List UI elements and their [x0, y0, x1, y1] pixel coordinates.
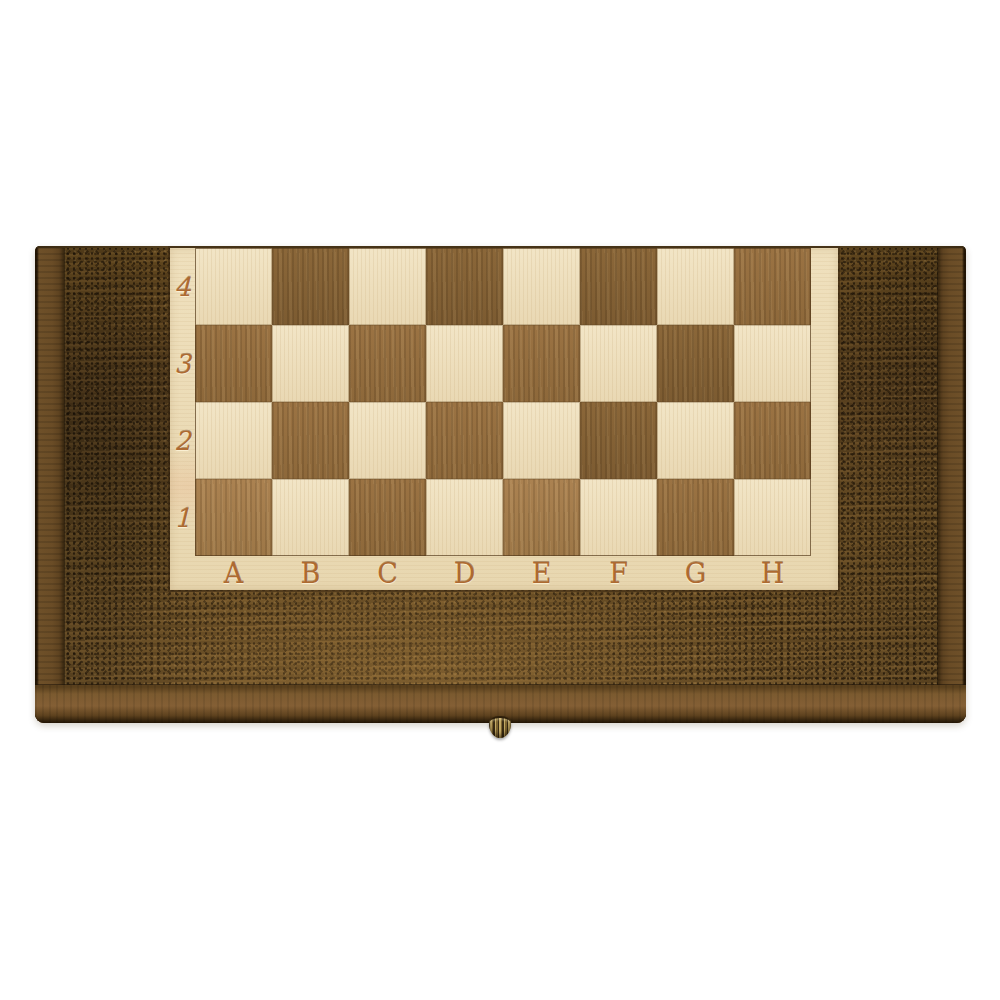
square-c2 [349, 402, 426, 479]
square-b3 [272, 325, 349, 402]
square-f4 [580, 248, 657, 325]
square-g4 [657, 248, 734, 325]
file-label-g: G [657, 556, 734, 590]
square-f3 [580, 325, 657, 402]
square-a1 [195, 479, 272, 556]
square-f2 [580, 402, 657, 479]
rank-labels: 4321 [170, 248, 195, 556]
box-edge-right [938, 246, 966, 723]
square-c3 [349, 325, 426, 402]
box-edge-left [35, 246, 64, 723]
square-b1 [272, 479, 349, 556]
square-b4 [272, 248, 349, 325]
rank-label-2: 2 [170, 402, 195, 479]
square-a4 [195, 248, 272, 325]
square-h1 [734, 479, 811, 556]
rank-label-3: 3 [170, 325, 195, 402]
rank-label-1: 1 [170, 479, 195, 556]
file-label-d: D [426, 556, 503, 590]
square-g3 [657, 325, 734, 402]
file-label-e: E [503, 556, 580, 590]
square-b2 [272, 402, 349, 479]
file-label-f: F [580, 556, 657, 590]
file-label-c: C [349, 556, 426, 590]
square-d3 [426, 325, 503, 402]
file-label-a: A [195, 556, 272, 590]
square-a3 [195, 325, 272, 402]
square-e4 [503, 248, 580, 325]
file-labels: ABCDEFGH [195, 556, 811, 590]
file-label-h: H [734, 556, 811, 590]
rank-label-4: 4 [170, 248, 195, 325]
square-c4 [349, 248, 426, 325]
square-e3 [503, 325, 580, 402]
chessboard: 4321 ABCDEFGH [170, 248, 838, 590]
square-f1 [580, 479, 657, 556]
square-g2 [657, 402, 734, 479]
board-grid [195, 248, 811, 556]
square-e2 [503, 402, 580, 479]
square-d4 [426, 248, 503, 325]
square-h2 [734, 402, 811, 479]
square-h4 [734, 248, 811, 325]
square-c1 [349, 479, 426, 556]
product-photo: 4321 ABCDEFGH [0, 0, 1000, 1000]
square-e1 [503, 479, 580, 556]
file-label-b: B [272, 556, 349, 590]
chess-box-lid: 4321 ABCDEFGH [35, 246, 966, 723]
clasp-knob [489, 716, 511, 738]
square-d2 [426, 402, 503, 479]
square-a2 [195, 402, 272, 479]
square-g1 [657, 479, 734, 556]
square-h3 [734, 325, 811, 402]
square-d1 [426, 479, 503, 556]
